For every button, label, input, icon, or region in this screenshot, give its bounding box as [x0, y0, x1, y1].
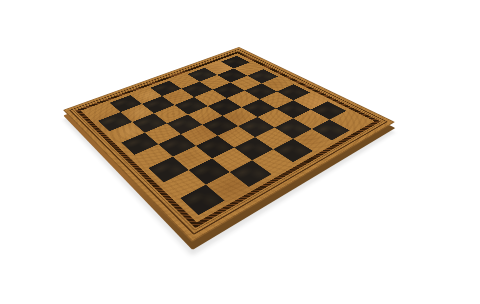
product-photo: [0, 0, 480, 304]
chess-board: [63, 47, 395, 242]
board-squares-grid: [88, 56, 367, 215]
